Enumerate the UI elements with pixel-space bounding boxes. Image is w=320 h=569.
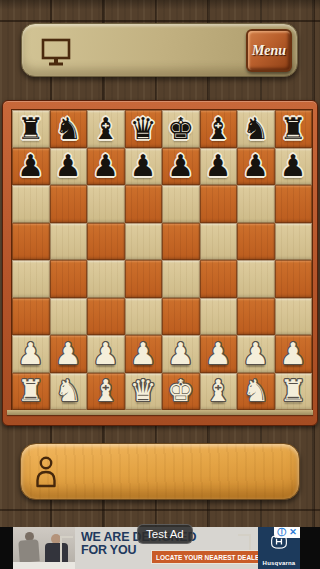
white-knight: ♞ [242,373,269,409]
square-b8[interactable]: ♞ [50,110,88,148]
square-d3[interactable] [125,298,163,336]
black-pawn: ♟ [205,148,232,184]
square-h3[interactable] [275,298,313,336]
square-e6[interactable] [162,185,200,223]
black-knight: ♞ [55,111,82,147]
person-icon [33,455,59,493]
square-e8[interactable]: ♚ [162,110,200,148]
ad-photo-table [13,562,75,569]
white-rook: ♜ [280,373,307,409]
square-g1[interactable]: ♞ [237,373,275,411]
square-b5[interactable] [50,223,88,261]
board-ledge [7,410,313,415]
square-e4[interactable] [162,260,200,298]
white-king: ♚ [167,373,194,409]
ad-info-icon[interactable]: ⓘ [277,528,286,537]
test-ad-badge: Test Ad [137,524,193,544]
ad-corner-bracket-left [60,536,73,562]
white-pawn: ♟ [17,336,44,372]
test-ad-label: Test Ad [146,528,184,540]
square-e5[interactable] [162,223,200,261]
square-b7[interactable]: ♟ [50,148,88,186]
square-a8[interactable]: ♜ [12,110,50,148]
square-c6[interactable] [87,185,125,223]
player-bar[interactable] [20,443,300,500]
square-e3[interactable] [162,298,200,336]
square-c2[interactable]: ♟ [87,335,125,373]
black-pawn: ♟ [130,148,157,184]
square-f1[interactable]: ♝ [200,373,238,411]
top-toolbar: Menu [21,23,298,77]
square-h5[interactable] [275,223,313,261]
black-bishop: ♝ [92,111,119,147]
square-d1[interactable]: ♛ [125,373,163,411]
square-e7[interactable]: ♟ [162,148,200,186]
ad-photo-person1-body [18,539,39,562]
square-g5[interactable] [237,223,275,261]
white-pawn: ♟ [92,336,119,372]
square-a3[interactable] [12,298,50,336]
square-h2[interactable]: ♟ [275,335,313,373]
square-d8[interactable]: ♛ [125,110,163,148]
black-bishop: ♝ [205,111,232,147]
square-h8[interactable]: ♜ [275,110,313,148]
square-c3[interactable] [87,298,125,336]
square-h1[interactable]: ♜ [275,373,313,411]
white-pawn: ♟ [55,336,82,372]
square-f3[interactable] [200,298,238,336]
black-rook: ♜ [280,111,307,147]
square-a5[interactable] [12,223,50,261]
square-c4[interactable] [87,260,125,298]
square-h4[interactable] [275,260,313,298]
black-pawn: ♟ [167,148,194,184]
square-b3[interactable] [50,298,88,336]
square-g8[interactable]: ♞ [237,110,275,148]
square-f7[interactable]: ♟ [200,148,238,186]
white-pawn: ♟ [130,336,157,372]
ad-brand-name: Husqvarna [258,560,300,566]
square-d4[interactable] [125,260,163,298]
square-g3[interactable] [237,298,275,336]
black-pawn: ♟ [92,148,119,184]
square-f5[interactable] [200,223,238,261]
square-d5[interactable] [125,223,163,261]
square-h6[interactable] [275,185,313,223]
ad-choice-chip: ⓘ ✕ [274,527,300,538]
white-pawn: ♟ [242,336,269,372]
menu-button[interactable]: Menu [246,29,292,72]
square-e1[interactable]: ♚ [162,373,200,411]
black-pawn: ♟ [242,148,269,184]
square-e2[interactable]: ♟ [162,335,200,373]
square-a7[interactable]: ♟ [12,148,50,186]
white-pawn: ♟ [280,336,307,372]
square-h7[interactable]: ♟ [275,148,313,186]
white-pawn: ♟ [205,336,232,372]
white-queen: ♛ [130,373,157,409]
square-a6[interactable] [12,185,50,223]
black-pawn: ♟ [17,148,44,184]
square-b4[interactable] [50,260,88,298]
white-knight: ♞ [55,373,82,409]
white-pawn: ♟ [167,336,194,372]
square-d7[interactable]: ♟ [125,148,163,186]
black-rook: ♜ [17,111,44,147]
square-f4[interactable] [200,260,238,298]
square-a4[interactable] [12,260,50,298]
square-a1[interactable]: ♜ [12,373,50,411]
square-d6[interactable] [125,185,163,223]
square-f8[interactable]: ♝ [200,110,238,148]
ad-headline-line2: FOR YOU [81,543,136,556]
ad-brand-panel: Husqvarna ⓘ ✕ [258,527,300,569]
square-g2[interactable]: ♟ [237,335,275,373]
square-b6[interactable] [50,185,88,223]
square-d2[interactable]: ♟ [125,335,163,373]
square-c1[interactable]: ♝ [87,373,125,411]
white-rook: ♜ [17,373,44,409]
square-a2[interactable]: ♟ [12,335,50,373]
ad-cta-button[interactable]: LOCATE YOUR NEAREST DEALER » [151,550,275,564]
monitor-icon[interactable] [40,37,72,71]
black-knight: ♞ [242,111,269,147]
square-f2[interactable]: ♟ [200,335,238,373]
square-c8[interactable]: ♝ [87,110,125,148]
square-g4[interactable] [237,260,275,298]
square-g7[interactable]: ♟ [237,148,275,186]
black-pawn: ♟ [55,148,82,184]
square-c5[interactable] [87,223,125,261]
square-g6[interactable] [237,185,275,223]
menu-button-label: Menu [252,43,286,59]
black-pawn: ♟ [280,148,307,184]
square-b2[interactable]: ♟ [50,335,88,373]
square-c7[interactable]: ♟ [87,148,125,186]
ad-cta-label: LOCATE YOUR NEAREST DEALER [156,554,264,561]
black-queen: ♛ [130,111,157,147]
board-squares: ♜♞♝♛♚♝♞♜♟♟♟♟♟♟♟♟♟♟♟♟♟♟♟♟♜♞♝♛♚♝♞♜ [11,109,313,411]
ad-close-icon[interactable]: ✕ [289,528,297,537]
black-king: ♚ [167,111,194,147]
chess-board: ♜♞♝♛♚♝♞♜♟♟♟♟♟♟♟♟♟♟♟♟♟♟♟♟♜♞♝♛♚♝♞♜ [2,100,318,426]
square-f6[interactable] [200,185,238,223]
square-b1[interactable]: ♞ [50,373,88,411]
white-bishop: ♝ [92,373,119,409]
menu-button-face: Menu [248,31,290,70]
white-bishop: ♝ [205,373,232,409]
